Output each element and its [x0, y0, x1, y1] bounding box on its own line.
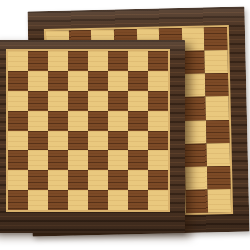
square-b5	[28, 111, 48, 131]
square-d6	[68, 91, 88, 111]
square-b3	[28, 150, 48, 170]
square-h5	[206, 96, 229, 120]
square-g4	[128, 131, 148, 151]
square-c7	[48, 71, 68, 91]
square-a2	[8, 170, 28, 190]
square-d4	[68, 131, 88, 151]
square-c6	[48, 91, 68, 111]
square-f3	[108, 150, 128, 170]
square-c8	[48, 51, 68, 71]
square-g6	[128, 91, 148, 111]
square-d5	[68, 111, 88, 131]
square-h7	[148, 71, 168, 91]
square-f5	[108, 111, 128, 131]
square-b7	[28, 71, 48, 91]
square-g2	[128, 170, 148, 190]
square-e4	[88, 131, 108, 151]
square-e7	[88, 71, 108, 91]
square-b6	[28, 91, 48, 111]
square-c3	[48, 150, 68, 170]
square-f8	[108, 51, 128, 71]
square-a7	[8, 71, 28, 91]
square-g3	[184, 143, 207, 167]
square-b1	[28, 190, 48, 210]
square-g5	[128, 111, 148, 131]
square-h3	[148, 150, 168, 170]
square-a5	[8, 111, 28, 131]
square-f1	[108, 190, 128, 210]
square-c5	[48, 111, 68, 131]
square-g8	[128, 51, 148, 71]
square-e1	[88, 190, 108, 210]
square-b4	[28, 131, 48, 151]
square-h4	[206, 119, 229, 143]
square-e2	[88, 170, 108, 190]
square-a8	[8, 51, 28, 71]
square-a1	[8, 190, 28, 210]
square-f7	[108, 71, 128, 91]
square-g7	[182, 51, 205, 75]
front-board-inlay-border	[6, 49, 170, 212]
square-h4	[148, 131, 168, 151]
square-d3	[68, 150, 88, 170]
square-d8	[68, 51, 88, 71]
square-a4	[8, 131, 28, 151]
square-g8	[182, 27, 205, 51]
square-b8	[28, 51, 48, 71]
square-d7	[68, 71, 88, 91]
square-f6	[108, 91, 128, 111]
square-a6	[8, 91, 28, 111]
square-h5	[148, 111, 168, 131]
square-h1	[148, 190, 168, 210]
square-h2	[148, 170, 168, 190]
square-d1	[68, 190, 88, 210]
square-g5	[183, 97, 206, 121]
front-board-grid	[8, 51, 168, 210]
square-g1	[185, 189, 208, 213]
square-g2	[185, 166, 208, 190]
square-d2	[68, 170, 88, 190]
square-e5	[88, 111, 108, 131]
square-g7	[128, 71, 148, 91]
square-b2	[28, 170, 48, 190]
square-h3	[207, 143, 230, 167]
product-photo-scene	[0, 0, 250, 250]
square-g1	[128, 190, 148, 210]
square-h8	[148, 51, 168, 71]
square-h7	[205, 50, 228, 74]
square-h1	[208, 189, 231, 213]
square-c4	[48, 131, 68, 151]
square-f4	[108, 131, 128, 151]
square-c2	[48, 170, 68, 190]
square-g6	[183, 74, 206, 98]
square-e6	[88, 91, 108, 111]
square-h8	[204, 27, 227, 51]
square-e8	[88, 51, 108, 71]
square-g4	[184, 120, 207, 144]
square-h2	[207, 166, 230, 190]
chess-board-front	[0, 40, 185, 233]
square-a3	[8, 150, 28, 170]
square-e3	[88, 150, 108, 170]
square-h6	[148, 91, 168, 111]
square-c1	[48, 190, 68, 210]
square-g3	[128, 150, 148, 170]
square-h6	[205, 73, 228, 97]
square-f2	[108, 170, 128, 190]
